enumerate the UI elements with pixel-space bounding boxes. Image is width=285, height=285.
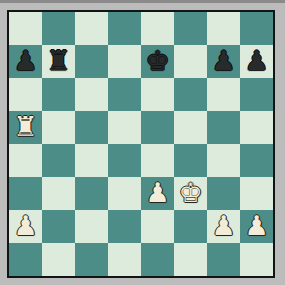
square-g6[interactable] (207, 78, 240, 111)
black-pawn: ♟ (13, 44, 37, 77)
square-h3[interactable] (240, 177, 273, 210)
square-f1[interactable] (174, 243, 207, 276)
black-pawn: ♟ (244, 44, 268, 77)
square-b6[interactable] (42, 78, 75, 111)
square-f2[interactable] (174, 210, 207, 243)
square-a3[interactable] (9, 177, 42, 210)
square-b3[interactable] (42, 177, 75, 210)
square-b7[interactable]: ♜ (42, 45, 75, 78)
square-g7[interactable]: ♟ (207, 45, 240, 78)
square-d6[interactable] (108, 78, 141, 111)
square-h8[interactable] (240, 12, 273, 45)
square-d1[interactable] (108, 243, 141, 276)
square-g8[interactable] (207, 12, 240, 45)
square-h6[interactable] (240, 78, 273, 111)
board-border: ♟♜♚♟♟♜♟♚♟♟♟ (7, 10, 275, 278)
white-pawn: ♟ (211, 209, 235, 242)
square-b1[interactable] (42, 243, 75, 276)
square-e5[interactable] (141, 111, 174, 144)
square-h4[interactable] (240, 144, 273, 177)
square-d5[interactable] (108, 111, 141, 144)
square-f3[interactable]: ♚ (174, 177, 207, 210)
white-pawn: ♟ (145, 176, 169, 209)
square-d4[interactable] (108, 144, 141, 177)
white-rook: ♜ (13, 110, 37, 143)
square-g3[interactable] (207, 177, 240, 210)
square-a8[interactable] (9, 12, 42, 45)
square-a6[interactable] (9, 78, 42, 111)
square-f7[interactable] (174, 45, 207, 78)
square-g5[interactable] (207, 111, 240, 144)
square-h1[interactable] (240, 243, 273, 276)
square-h5[interactable] (240, 111, 273, 144)
black-king: ♚ (145, 44, 169, 77)
square-f5[interactable] (174, 111, 207, 144)
square-b4[interactable] (42, 144, 75, 177)
square-d2[interactable] (108, 210, 141, 243)
square-f6[interactable] (174, 78, 207, 111)
square-b5[interactable] (42, 111, 75, 144)
square-c7[interactable] (75, 45, 108, 78)
square-g4[interactable] (207, 144, 240, 177)
chess-board: ♟♜♚♟♟♜♟♚♟♟♟ (9, 12, 273, 276)
square-c4[interactable] (75, 144, 108, 177)
square-e2[interactable] (141, 210, 174, 243)
square-e6[interactable] (141, 78, 174, 111)
square-c6[interactable] (75, 78, 108, 111)
square-f8[interactable] (174, 12, 207, 45)
square-c2[interactable] (75, 210, 108, 243)
square-e1[interactable] (141, 243, 174, 276)
square-e7[interactable]: ♚ (141, 45, 174, 78)
square-c5[interactable] (75, 111, 108, 144)
square-e3[interactable]: ♟ (141, 177, 174, 210)
diagram-frame: ♟♜♚♟♟♜♟♚♟♟♟ (0, 0, 285, 285)
square-a1[interactable] (9, 243, 42, 276)
white-pawn: ♟ (13, 209, 37, 242)
frame-top-line (0, 0, 285, 3)
square-e8[interactable] (141, 12, 174, 45)
white-pawn: ♟ (244, 209, 268, 242)
black-pawn: ♟ (211, 44, 235, 77)
white-king: ♚ (178, 176, 202, 209)
square-e4[interactable] (141, 144, 174, 177)
square-c8[interactable] (75, 12, 108, 45)
square-b8[interactable] (42, 12, 75, 45)
square-d8[interactable] (108, 12, 141, 45)
square-a4[interactable] (9, 144, 42, 177)
black-rook: ♜ (46, 44, 70, 77)
square-a7[interactable]: ♟ (9, 45, 42, 78)
square-c3[interactable] (75, 177, 108, 210)
square-g2[interactable]: ♟ (207, 210, 240, 243)
square-g1[interactable] (207, 243, 240, 276)
square-h7[interactable]: ♟ (240, 45, 273, 78)
square-d3[interactable] (108, 177, 141, 210)
square-a5[interactable]: ♜ (9, 111, 42, 144)
square-c1[interactable] (75, 243, 108, 276)
square-f4[interactable] (174, 144, 207, 177)
square-h2[interactable]: ♟ (240, 210, 273, 243)
square-b2[interactable] (42, 210, 75, 243)
square-d7[interactable] (108, 45, 141, 78)
square-a2[interactable]: ♟ (9, 210, 42, 243)
